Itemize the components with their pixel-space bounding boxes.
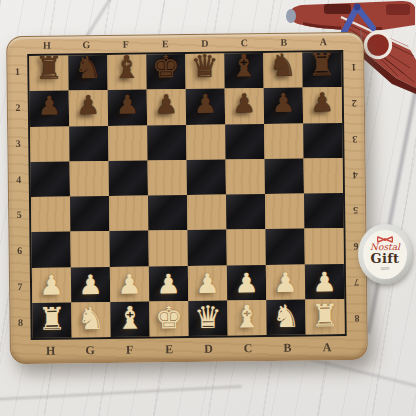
light-rook[interactable]: ♜ — [38, 303, 66, 334]
square-h5[interactable] — [31, 196, 70, 232]
plank-seam — [366, 68, 416, 334]
square-f7[interactable]: ♟ — [110, 266, 149, 302]
light-bishop[interactable]: ♝ — [116, 302, 144, 333]
file-label-d: D — [204, 342, 213, 357]
square-d3[interactable] — [186, 124, 225, 160]
square-e2[interactable]: ♟ — [147, 89, 186, 125]
rank-label-7: 7 — [353, 277, 358, 288]
rank-label-7: 7 — [18, 281, 23, 292]
square-e8[interactable]: ♚ — [149, 301, 188, 337]
plank-seam — [302, 356, 416, 389]
square-d6[interactable] — [187, 230, 226, 266]
square-d2[interactable]: ♟ — [186, 89, 225, 125]
square-g8[interactable]: ♞ — [71, 302, 110, 338]
dark-bishop[interactable]: ♝ — [113, 52, 141, 83]
badge-text-small: com — [381, 265, 390, 272]
square-h8[interactable]: ♜ — [32, 302, 71, 338]
square-a8[interactable]: ♜ — [305, 299, 344, 335]
light-pawn[interactable]: ♟ — [156, 270, 181, 297]
square-b4[interactable] — [265, 158, 304, 194]
light-pawn[interactable]: ♟ — [195, 269, 220, 296]
light-pawn[interactable]: ♟ — [312, 268, 337, 295]
square-d7[interactable]: ♟ — [188, 265, 227, 301]
square-e4[interactable] — [148, 160, 187, 196]
rank-labels-left: 12345678 — [7, 54, 30, 340]
rank-label-1: 1 — [15, 66, 20, 77]
nostal-gift-badge: Nostal Gift com — [358, 224, 412, 284]
square-d8[interactable]: ♛ — [188, 300, 227, 336]
rank-label-5: 5 — [17, 209, 22, 220]
square-f4[interactable] — [109, 160, 148, 196]
chess-board: HGFEDCBA 12345678 ♜♞♝♚♛♝♞♜♟♟♟♟♟♟♟♟♟♟♟♟♟♟… — [6, 32, 368, 364]
square-c1[interactable]: ♝ — [224, 53, 263, 89]
square-c3[interactable] — [225, 124, 264, 160]
light-rook[interactable]: ♜ — [311, 300, 339, 331]
light-queen[interactable]: ♛ — [194, 301, 222, 332]
square-g2[interactable]: ♟ — [69, 90, 108, 126]
file-labels-bottom: HGFEDCBA — [31, 336, 347, 363]
rank-labels-right: 12345678 — [343, 50, 366, 336]
square-g7[interactable]: ♟ — [71, 266, 110, 302]
square-b8[interactable]: ♞ — [266, 299, 305, 335]
light-knight[interactable]: ♞ — [77, 303, 105, 334]
file-label-f: F — [126, 343, 134, 358]
dark-pawn[interactable]: ♟ — [38, 92, 62, 118]
plane-roundel — [366, 33, 391, 58]
light-knight[interactable]: ♞ — [272, 301, 300, 332]
dark-rook[interactable]: ♜ — [35, 53, 63, 84]
badge-face: Nostal Gift com — [363, 230, 407, 279]
square-a3[interactable] — [303, 123, 342, 159]
rank-label-5: 5 — [353, 205, 358, 216]
dark-pawn[interactable]: ♟ — [272, 90, 296, 116]
square-b7[interactable]: ♟ — [266, 264, 305, 300]
square-f8[interactable]: ♝ — [110, 301, 149, 337]
light-pawn[interactable]: ♟ — [117, 270, 142, 297]
square-d1[interactable]: ♛ — [185, 54, 224, 90]
square-c6[interactable] — [226, 229, 265, 265]
photo-scene: HGFEDCBA 12345678 ♜♞♝♚♛♝♞♜♟♟♟♟♟♟♟♟♟♟♟♟♟♟… — [0, 0, 416, 416]
rank-label-4: 4 — [16, 174, 21, 185]
file-label-a: A — [323, 340, 332, 355]
square-h2[interactable]: ♟ — [30, 91, 69, 127]
file-label-c: C — [244, 341, 253, 356]
square-b6[interactable] — [265, 229, 304, 265]
light-bishop[interactable]: ♝ — [233, 301, 261, 332]
dark-pawn[interactable]: ♟ — [77, 92, 101, 118]
square-c7[interactable]: ♟ — [227, 265, 266, 301]
rank-label-2: 2 — [351, 98, 356, 109]
square-g4[interactable] — [70, 161, 109, 197]
file-label-b: B — [283, 341, 291, 356]
rank-label-3: 3 — [352, 134, 357, 145]
plank-seam — [0, 385, 242, 400]
square-f6[interactable] — [109, 231, 148, 267]
square-a5[interactable] — [304, 193, 343, 229]
rank-label-3: 3 — [16, 138, 21, 149]
square-c5[interactable] — [226, 194, 265, 230]
rank-label-8: 8 — [18, 317, 23, 328]
square-b1[interactable]: ♞ — [263, 53, 302, 89]
dark-king[interactable]: ♚ — [152, 51, 180, 82]
rank-label-6: 6 — [17, 245, 22, 256]
dark-pawn[interactable]: ♟ — [116, 91, 140, 117]
rank-label-1: 1 — [351, 62, 356, 73]
rank-label-4: 4 — [352, 170, 357, 181]
square-e6[interactable] — [148, 230, 187, 266]
light-pawn[interactable]: ♟ — [234, 269, 259, 296]
square-g5[interactable] — [70, 196, 109, 232]
dark-knight[interactable]: ♞ — [269, 50, 297, 81]
light-pawn[interactable]: ♟ — [39, 271, 64, 298]
plane-nose-spinner — [286, 9, 296, 23]
square-a1[interactable]: ♜ — [302, 52, 341, 88]
square-f1[interactable]: ♝ — [107, 54, 146, 90]
square-f5[interactable] — [109, 195, 148, 231]
light-pawn[interactable]: ♟ — [273, 268, 298, 295]
square-e1[interactable]: ♚ — [146, 54, 185, 90]
file-label-g: G — [85, 343, 95, 358]
square-e3[interactable] — [147, 125, 186, 161]
square-c8[interactable]: ♝ — [227, 300, 266, 336]
square-b5[interactable] — [265, 194, 304, 230]
square-d5[interactable] — [187, 195, 226, 231]
square-c2[interactable]: ♟ — [225, 88, 264, 124]
square-h1[interactable]: ♜ — [29, 55, 68, 91]
dark-queen[interactable]: ♛ — [191, 51, 219, 82]
dark-pawn[interactable]: ♟ — [311, 89, 335, 115]
file-label-h: H — [46, 344, 56, 359]
dark-knight[interactable]: ♞ — [74, 52, 102, 83]
dark-rook[interactable]: ♜ — [308, 49, 336, 80]
square-b3[interactable] — [264, 123, 303, 159]
light-pawn[interactable]: ♟ — [78, 271, 103, 298]
square-a2[interactable]: ♟ — [303, 87, 342, 123]
square-b2[interactable]: ♟ — [264, 88, 303, 124]
square-a4[interactable] — [304, 158, 343, 194]
square-e5[interactable] — [148, 195, 187, 231]
board-grid: ♜♞♝♚♛♝♞♜♟♟♟♟♟♟♟♟♟♟♟♟♟♟♟♟♜♞♝♚♛♝♞♜ — [27, 50, 346, 340]
square-h7[interactable]: ♟ — [32, 267, 71, 303]
square-g1[interactable]: ♞ — [68, 55, 107, 91]
square-f3[interactable] — [108, 125, 147, 161]
square-c4[interactable] — [226, 159, 265, 195]
rank-label-8: 8 — [354, 313, 359, 324]
rank-label-2: 2 — [15, 102, 20, 113]
badge-text-gift: Gift — [371, 252, 400, 265]
dark-pawn[interactable]: ♟ — [194, 91, 218, 117]
square-f2[interactable]: ♟ — [108, 90, 147, 126]
square-a6[interactable] — [304, 228, 343, 264]
square-h4[interactable] — [31, 161, 70, 197]
dark-bishop[interactable]: ♝ — [230, 50, 258, 81]
square-h3[interactable] — [30, 126, 69, 162]
square-g6[interactable] — [70, 231, 109, 267]
light-king[interactable]: ♚ — [155, 302, 183, 333]
square-g3[interactable] — [69, 125, 108, 161]
plane-cockpit — [324, 4, 351, 14]
dark-pawn[interactable]: ♟ — [155, 91, 179, 117]
square-e7[interactable]: ♟ — [149, 265, 188, 301]
file-label-e: E — [165, 342, 173, 357]
square-d4[interactable] — [187, 159, 226, 195]
square-a7[interactable]: ♟ — [305, 264, 344, 300]
square-h6[interactable] — [31, 232, 70, 268]
dark-pawn[interactable]: ♟ — [233, 90, 257, 116]
